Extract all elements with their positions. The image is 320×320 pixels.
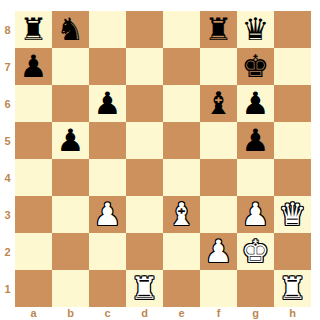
square-a8[interactable]: ♜ — [15, 11, 52, 48]
square-b1[interactable] — [52, 270, 89, 307]
square-h8[interactable] — [274, 11, 311, 48]
white-rook-h1[interactable]: ♜ — [274, 270, 311, 307]
square-c4[interactable] — [89, 159, 126, 196]
white-king-g2[interactable]: ♚ — [237, 233, 274, 270]
file-labels: abcdefgh — [15, 306, 311, 320]
rank-label-5: 5 — [0, 122, 15, 159]
square-a3[interactable] — [15, 196, 52, 233]
square-f4[interactable] — [200, 159, 237, 196]
black-pawn-g5[interactable]: ♟ — [237, 122, 274, 159]
square-d6[interactable] — [126, 85, 163, 122]
square-g5[interactable]: ♟ — [237, 122, 274, 159]
square-c5[interactable] — [89, 122, 126, 159]
file-label-c: c — [89, 306, 126, 320]
square-c6[interactable]: ♟ — [89, 85, 126, 122]
square-c1[interactable] — [89, 270, 126, 307]
square-b4[interactable] — [52, 159, 89, 196]
square-f5[interactable] — [200, 122, 237, 159]
black-pawn-g6[interactable]: ♟ — [237, 85, 274, 122]
file-label-f: f — [200, 306, 237, 320]
square-a5[interactable] — [15, 122, 52, 159]
square-a7[interactable]: ♟ — [15, 48, 52, 85]
square-b3[interactable] — [52, 196, 89, 233]
square-d2[interactable] — [126, 233, 163, 270]
square-d5[interactable] — [126, 122, 163, 159]
square-b5[interactable]: ♟ — [52, 122, 89, 159]
square-f7[interactable] — [200, 48, 237, 85]
square-f8[interactable]: ♜ — [200, 11, 237, 48]
square-g1[interactable] — [237, 270, 274, 307]
rank-label-3: 3 — [0, 196, 15, 233]
square-g4[interactable] — [237, 159, 274, 196]
square-g2[interactable]: ♚ — [237, 233, 274, 270]
square-c2[interactable] — [89, 233, 126, 270]
square-e7[interactable] — [163, 48, 200, 85]
square-g7[interactable]: ♚ — [237, 48, 274, 85]
rank-label-8: 8 — [0, 11, 15, 48]
square-e2[interactable] — [163, 233, 200, 270]
rank-label-1: 1 — [0, 270, 15, 307]
black-pawn-b5[interactable]: ♟ — [52, 122, 89, 159]
black-rook-a8[interactable]: ♜ — [15, 11, 52, 48]
black-pawn-a7[interactable]: ♟ — [15, 48, 52, 85]
white-pawn-c3[interactable]: ♟ — [89, 196, 126, 233]
square-h6[interactable] — [274, 85, 311, 122]
rank-label-6: 6 — [0, 85, 15, 122]
black-queen-g8[interactable]: ♛ — [237, 11, 274, 48]
square-f6[interactable]: ♝ — [200, 85, 237, 122]
square-d3[interactable] — [126, 196, 163, 233]
square-a6[interactable] — [15, 85, 52, 122]
square-a2[interactable] — [15, 233, 52, 270]
square-e8[interactable] — [163, 11, 200, 48]
square-c7[interactable] — [89, 48, 126, 85]
black-bishop-f6[interactable]: ♝ — [200, 85, 237, 122]
file-label-d: d — [126, 306, 163, 320]
black-rook-f8[interactable]: ♜ — [200, 11, 237, 48]
black-pawn-c6[interactable]: ♟ — [89, 85, 126, 122]
square-b8[interactable]: ♞ — [52, 11, 89, 48]
square-g3[interactable]: ♟ — [237, 196, 274, 233]
square-c8[interactable] — [89, 11, 126, 48]
square-e6[interactable] — [163, 85, 200, 122]
rank-label-2: 2 — [0, 233, 15, 270]
chess-board: ♜♞♜♛♟♚♟♝♟♟♟♟♝♟♛♟♚♜♜ — [15, 11, 311, 307]
square-h7[interactable] — [274, 48, 311, 85]
square-h2[interactable] — [274, 233, 311, 270]
square-h3[interactable]: ♛ — [274, 196, 311, 233]
square-h5[interactable] — [274, 122, 311, 159]
square-c3[interactable]: ♟ — [89, 196, 126, 233]
rank-labels: 87654321 — [0, 11, 15, 307]
square-b7[interactable] — [52, 48, 89, 85]
square-g6[interactable]: ♟ — [237, 85, 274, 122]
square-d8[interactable] — [126, 11, 163, 48]
square-b2[interactable] — [52, 233, 89, 270]
file-label-a: a — [15, 306, 52, 320]
square-b6[interactable] — [52, 85, 89, 122]
square-d7[interactable] — [126, 48, 163, 85]
rank-label-4: 4 — [0, 159, 15, 196]
square-f1[interactable] — [200, 270, 237, 307]
square-e3[interactable]: ♝ — [163, 196, 200, 233]
square-a1[interactable] — [15, 270, 52, 307]
square-a4[interactable] — [15, 159, 52, 196]
square-e4[interactable] — [163, 159, 200, 196]
square-d4[interactable] — [126, 159, 163, 196]
file-label-b: b — [52, 306, 89, 320]
square-e5[interactable] — [163, 122, 200, 159]
black-knight-b8[interactable]: ♞ — [52, 11, 89, 48]
square-h1[interactable]: ♜ — [274, 270, 311, 307]
square-g8[interactable]: ♛ — [237, 11, 274, 48]
square-f3[interactable] — [200, 196, 237, 233]
square-h4[interactable] — [274, 159, 311, 196]
file-label-h: h — [274, 306, 311, 320]
white-queen-h3[interactable]: ♛ — [274, 196, 311, 233]
chess-board-window: 87654321 ♜♞♜♛♟♚♟♝♟♟♟♟♝♟♛♟♚♜♜ abcdefgh — [0, 0, 320, 320]
white-rook-d1[interactable]: ♜ — [126, 270, 163, 307]
white-bishop-e3[interactable]: ♝ — [163, 196, 200, 233]
white-pawn-g3[interactable]: ♟ — [237, 196, 274, 233]
white-pawn-f2[interactable]: ♟ — [200, 233, 237, 270]
square-f2[interactable]: ♟ — [200, 233, 237, 270]
file-label-e: e — [163, 306, 200, 320]
square-d1[interactable]: ♜ — [126, 270, 163, 307]
file-label-g: g — [237, 306, 274, 320]
square-e1[interactable] — [163, 270, 200, 307]
black-king-g7[interactable]: ♚ — [237, 48, 274, 85]
rank-label-7: 7 — [0, 48, 15, 85]
